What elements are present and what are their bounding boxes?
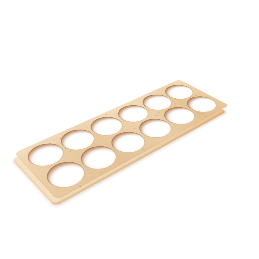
pit-grid — [14, 80, 229, 200]
board-top-surface — [14, 80, 229, 200]
photo-canvas — [0, 0, 259, 259]
